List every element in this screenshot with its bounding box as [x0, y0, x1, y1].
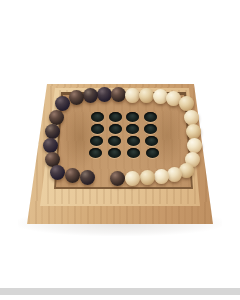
board-hole[interactable]: [109, 112, 122, 122]
marble-light[interactable]: [179, 96, 194, 111]
marble-dark[interactable]: [65, 168, 80, 183]
board-hole[interactable]: [109, 124, 122, 134]
photo-bottom-shade: [0, 288, 240, 295]
marble-dark[interactable]: [80, 170, 95, 185]
board-hole[interactable]: [127, 136, 140, 146]
board-hole[interactable]: [145, 136, 158, 146]
marble-light[interactable]: [154, 169, 169, 184]
marble-dark[interactable]: [45, 124, 60, 139]
marble-light[interactable]: [125, 88, 140, 103]
marble-dark[interactable]: [49, 110, 64, 125]
marble-light[interactable]: [140, 170, 155, 185]
marble-light[interactable]: [125, 171, 140, 186]
marble-dark[interactable]: [110, 171, 125, 186]
marble-dark[interactable]: [50, 165, 65, 180]
marble-dark[interactable]: [111, 87, 126, 102]
board-hole[interactable]: [146, 148, 159, 158]
product-photo: [0, 0, 240, 300]
marble-light[interactable]: [167, 167, 182, 182]
marble-dark[interactable]: [55, 96, 70, 111]
board-hole[interactable]: [127, 148, 140, 158]
board-hole[interactable]: [91, 124, 104, 134]
marble-light[interactable]: [187, 138, 202, 153]
marble-light[interactable]: [186, 124, 201, 139]
marble-light[interactable]: [139, 88, 154, 103]
marble-dark[interactable]: [69, 90, 84, 105]
marble-dark[interactable]: [83, 88, 98, 103]
board-hole[interactable]: [144, 112, 157, 122]
board-hole[interactable]: [90, 136, 103, 146]
marble-dark[interactable]: [97, 87, 112, 102]
marble-dark[interactable]: [43, 138, 58, 153]
marble-light[interactable]: [184, 110, 199, 125]
